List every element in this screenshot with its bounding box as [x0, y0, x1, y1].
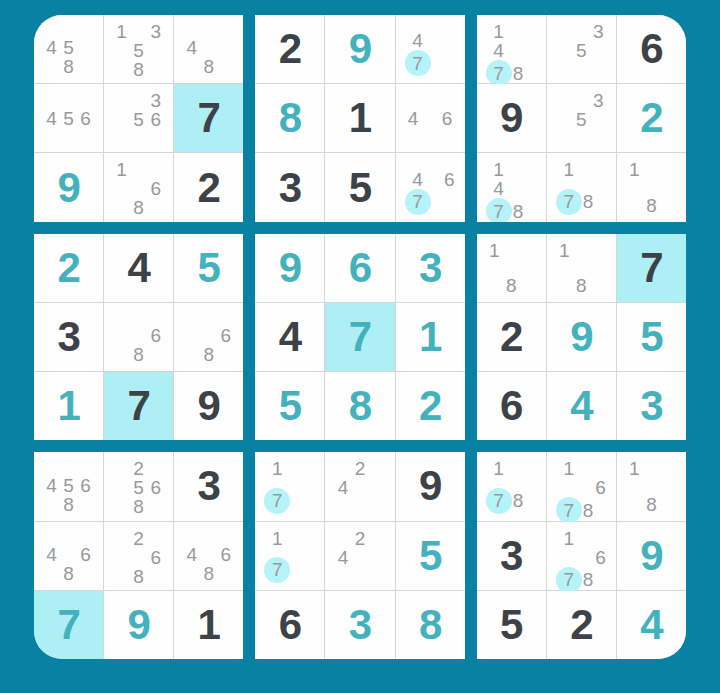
pencil-slot-empty [556, 60, 573, 76]
entered-digit: 9 [57, 167, 79, 209]
pencil-mark-7-highlighted: 7 [405, 50, 431, 76]
given-digit: 2 [500, 316, 522, 358]
pencil-slot-empty [147, 497, 164, 516]
cell-r9c6[interactable]: 8 [396, 591, 465, 659]
pencil-mark-6: 6 [147, 478, 164, 497]
pencil-slot-empty [334, 497, 351, 513]
pencil-mark-1: 1 [486, 22, 512, 41]
pencil-slot-empty [573, 260, 590, 276]
pencil-mark-8: 8 [512, 198, 525, 221]
given-digit: 3 [198, 465, 220, 507]
pencil-slot-empty [147, 60, 164, 79]
entered-digit: 8 [419, 604, 441, 646]
pencil-slot-empty [556, 22, 573, 41]
cell-r2c1[interactable]: 456 [34, 84, 103, 152]
pencil-slot-empty [626, 196, 643, 215]
pencil-marks: 468 [34, 522, 103, 590]
cell-r8c8[interactable]: 1678 [547, 522, 616, 590]
pencil-mark-8: 8 [512, 60, 525, 86]
cell-r4c2[interactable]: 4 [104, 234, 173, 302]
pencil-mark-6: 6 [147, 110, 164, 129]
pencil-slot-empty [439, 128, 456, 146]
entered-digit: 8 [349, 385, 371, 427]
pencil-slot-empty [524, 198, 537, 221]
pencil-mark-7-highlighted: 7 [556, 497, 582, 523]
pencil-slot-empty [486, 260, 503, 276]
entered-digit: 5 [419, 535, 441, 577]
pencil-slot-empty [303, 478, 316, 487]
given-digit: 3 [279, 167, 301, 209]
pencil-slot-empty [43, 564, 60, 583]
pencil-mark-4: 4 [43, 38, 60, 57]
pencil-slot-empty [147, 198, 164, 217]
pencil-slot-empty [512, 459, 525, 478]
pencil-mark-8: 8 [643, 196, 660, 215]
cell-r7c2[interactable]: 2568 [104, 452, 173, 520]
pencil-mark-1: 1 [264, 459, 290, 478]
given-digit: 9 [198, 385, 220, 427]
pencil-mark-5: 5 [60, 38, 77, 57]
pencil-slot-empty [113, 326, 130, 345]
pencil-slot-empty [590, 110, 607, 129]
cell-r4c4[interactable]: 9 [255, 234, 324, 302]
pencil-slot-empty [147, 529, 164, 548]
pencil-slot-empty [626, 495, 643, 514]
pencil-slot-empty [486, 276, 503, 295]
cell-r8c7[interactable]: 3 [477, 522, 546, 590]
cell-r2c5[interactable]: 1 [325, 84, 394, 152]
pencil-slot-empty [130, 179, 147, 198]
cell-r5c9[interactable]: 5 [617, 303, 686, 371]
pencil-slot-empty [60, 128, 77, 146]
cell-r7c3[interactable]: 3 [174, 452, 243, 520]
box-9: 178167818316789524 [477, 452, 686, 659]
cell-r8c9[interactable]: 9 [617, 522, 686, 590]
pencil-slot-empty [113, 567, 130, 586]
cell-r3c2[interactable]: 168 [104, 153, 173, 221]
cell-r3c9[interactable]: 18 [617, 153, 686, 221]
cell-r2c7[interactable]: 9 [477, 84, 546, 152]
pencil-slot-empty [556, 91, 573, 110]
pencil-slot-empty [217, 529, 234, 545]
pencil-mark-8: 8 [60, 495, 77, 514]
cell-r5c7[interactable]: 2 [477, 303, 546, 371]
pencil-mark-4: 4 [405, 170, 431, 189]
pencil-mark-8: 8 [200, 345, 217, 364]
pencil-slot-empty [520, 241, 537, 260]
pencil-mark-5: 5 [573, 41, 590, 60]
cell-r8c3[interactable]: 468 [174, 522, 243, 590]
pencil-slot-empty [303, 557, 316, 583]
cell-r9c3[interactable]: 1 [174, 591, 243, 659]
cell-r2c9[interactable]: 2 [617, 84, 686, 152]
box-6: 18187295643 [477, 234, 686, 441]
pencil-slot-empty [524, 478, 537, 487]
pencil-slot-empty [303, 488, 316, 514]
pencil-mark-1: 1 [264, 529, 290, 548]
pencil-slot-empty [512, 22, 525, 41]
pencil-slot-empty [200, 529, 217, 545]
pencil-slot-empty [594, 160, 607, 179]
pencil-slot-empty [147, 41, 164, 60]
pencil-slot-empty [573, 60, 590, 76]
pencil-slot-empty [520, 276, 537, 295]
pencil-mark-6: 6 [147, 326, 164, 345]
cell-r4c8[interactable]: 18 [547, 234, 616, 302]
box-1: 458135848456356791682 [34, 15, 243, 222]
cell-r5c5[interactable]: 7 [325, 303, 394, 371]
cell-r4c7[interactable]: 18 [477, 234, 546, 302]
pencil-slot-empty [60, 459, 77, 475]
given-digit: 5 [500, 604, 522, 646]
pencil-mark-7-highlighted: 7 [486, 488, 512, 514]
cell-r7c6[interactable]: 9 [396, 452, 465, 520]
pencil-slot-empty [512, 160, 525, 179]
pencil-slot-empty [594, 189, 607, 215]
pencil-marks: 18 [617, 452, 686, 520]
cell-r3c7[interactable]: 1478 [477, 153, 546, 221]
cell-r3c6[interactable]: 467 [396, 153, 465, 221]
cell-r1c1[interactable]: 458 [34, 15, 103, 83]
cell-r3c3[interactable]: 2 [174, 153, 243, 221]
cell-r4c5[interactable]: 6 [325, 234, 394, 302]
pencil-mark-6: 6 [217, 326, 234, 345]
pencil-slot-empty [643, 160, 660, 179]
pencil-slot-empty [626, 478, 643, 494]
pencil-slot-empty [582, 548, 595, 567]
pencil-slot-empty [43, 57, 60, 76]
pencil-slot-empty [113, 478, 130, 497]
cell-r1c9[interactable]: 6 [617, 15, 686, 83]
cell-r6c3[interactable]: 9 [174, 372, 243, 440]
cell-r7c5[interactable]: 24 [325, 452, 394, 520]
cell-r1c4[interactable]: 2 [255, 15, 324, 83]
cell-r9c7[interactable]: 5 [477, 591, 546, 659]
pencil-slot-empty [217, 38, 234, 57]
cell-r8c2[interactable]: 268 [104, 522, 173, 590]
cell-r2c3[interactable]: 7 [174, 84, 243, 152]
cell-r7c7[interactable]: 178 [477, 452, 546, 520]
cell-r8c4[interactable]: 17 [255, 522, 324, 590]
pencil-slot-empty [217, 310, 234, 326]
pencil-mark-1: 1 [556, 160, 582, 179]
pencil-slot-empty [660, 495, 677, 514]
pencil-mark-6: 6 [77, 545, 94, 564]
cell-r6c6[interactable]: 2 [396, 372, 465, 440]
pencil-mark-5: 5 [60, 109, 77, 128]
pencil-mark-3: 3 [147, 22, 164, 41]
pencil-marks: 17 [255, 452, 324, 520]
pencil-slot-empty [147, 310, 164, 326]
cell-r1c3[interactable]: 48 [174, 15, 243, 83]
cell-r8c6[interactable]: 5 [396, 522, 465, 590]
pencil-slot-empty [582, 160, 595, 179]
entered-digit: 9 [640, 535, 662, 577]
pencil-marks: 456 [34, 84, 103, 152]
given-digit: 4 [127, 247, 149, 289]
pencil-slot-empty [582, 478, 595, 497]
pencil-slot-empty [113, 110, 130, 129]
pencil-slot-empty [130, 326, 147, 345]
pencil-slot-empty [43, 529, 60, 545]
pencil-slot-empty [594, 179, 607, 188]
pencil-slot-empty [524, 488, 537, 514]
pencil-mark-2: 2 [351, 459, 368, 478]
entered-digit: 3 [419, 247, 441, 289]
pencil-mark-2: 2 [351, 529, 368, 548]
pencil-mark-7-highlighted: 7 [556, 567, 582, 593]
entered-digit: 1 [57, 385, 79, 427]
pencil-marks: 46 [396, 84, 465, 152]
pencil-slot-empty [130, 310, 147, 326]
cell-r2c2[interactable]: 356 [104, 84, 173, 152]
cell-r3c5[interactable]: 5 [325, 153, 394, 221]
pencil-mark-1: 1 [556, 529, 582, 548]
pencil-slot-empty [200, 22, 217, 38]
pencil-slot-empty [443, 50, 456, 76]
pencil-mark-8: 8 [582, 497, 595, 523]
cell-r4c6[interactable]: 3 [396, 234, 465, 302]
pencil-marks: 4568 [34, 452, 103, 520]
cell-r4c3[interactable]: 5 [174, 234, 243, 302]
pencil-slot-empty [264, 548, 290, 557]
pencil-slot-empty [77, 91, 94, 109]
pencil-slot-empty [200, 326, 217, 345]
cell-r6c2[interactable]: 7 [104, 372, 173, 440]
pencil-slot-empty [147, 345, 164, 364]
pencil-mark-6: 6 [77, 476, 94, 495]
entered-digit: 7 [57, 604, 79, 646]
given-digit: 6 [279, 604, 301, 646]
pencil-mark-4: 4 [405, 31, 431, 50]
cell-r9c1[interactable]: 7 [34, 591, 103, 659]
pencil-slot-empty [130, 22, 147, 41]
pencil-slot-empty [439, 91, 456, 109]
pencil-mark-8: 8 [60, 564, 77, 583]
pencil-mark-6: 6 [443, 170, 456, 189]
entered-digit: 7 [349, 316, 371, 358]
pencil-mark-6: 6 [594, 478, 607, 497]
pencil-slot-empty [369, 459, 386, 478]
entered-digit: 2 [419, 385, 441, 427]
cell-r9c5[interactable]: 3 [325, 591, 394, 659]
cell-r5c2[interactable]: 68 [104, 303, 173, 371]
pencil-slot-empty [290, 459, 303, 478]
pencil-marks: 1478 [477, 153, 546, 221]
given-digit: 6 [500, 385, 522, 427]
cell-r2c4[interactable]: 8 [255, 84, 324, 152]
pencil-slot-empty [77, 529, 94, 545]
pencil-slot-empty [369, 529, 386, 548]
entered-digit: 3 [640, 385, 662, 427]
given-digit: 5 [349, 167, 371, 209]
pencil-marks: 1358 [104, 15, 173, 83]
pencil-slot-empty [43, 459, 60, 475]
cell-r4c1[interactable]: 2 [34, 234, 103, 302]
cell-r6c1[interactable]: 1 [34, 372, 103, 440]
pencil-marks: 68 [104, 303, 173, 371]
entered-digit: 8 [279, 97, 301, 139]
pencil-slot-empty [556, 478, 582, 497]
given-digit: 3 [500, 535, 522, 577]
pencil-mark-1: 1 [113, 22, 130, 41]
cell-r7c9[interactable]: 18 [617, 452, 686, 520]
pencil-slot-empty [290, 548, 303, 557]
cell-r3c4[interactable]: 3 [255, 153, 324, 221]
pencil-marks: 178 [547, 153, 616, 221]
cell-r5c1[interactable]: 3 [34, 303, 103, 371]
entered-digit: 5 [279, 385, 301, 427]
pencil-mark-7-highlighted: 7 [556, 189, 582, 215]
cell-r2c6[interactable]: 46 [396, 84, 465, 152]
pencil-mark-4: 4 [43, 109, 60, 128]
pencil-slot-empty [556, 260, 573, 276]
pencil-slot-empty [351, 497, 368, 513]
pencil-slot-empty [113, 548, 130, 567]
entered-digit: 9 [127, 604, 149, 646]
pencil-slot-empty [113, 459, 130, 478]
pencil-slot-empty [590, 276, 607, 295]
pencil-mark-6: 6 [594, 548, 607, 567]
pencil-mark-1: 1 [113, 160, 130, 179]
pencil-slot-empty [573, 129, 590, 145]
cell-r6c4[interactable]: 5 [255, 372, 324, 440]
box-2: 2947814635467 [255, 15, 464, 222]
pencil-slot-empty [524, 160, 537, 179]
pencil-mark-7-highlighted: 7 [486, 60, 512, 86]
pencil-slot-empty [520, 260, 537, 276]
pencil-mark-4: 4 [334, 478, 351, 497]
pencil-slot-empty [594, 529, 607, 548]
pencil-slot-empty [556, 110, 573, 129]
cell-r9c2[interactable]: 9 [104, 591, 173, 659]
pencil-mark-6: 6 [77, 109, 94, 128]
pencil-slot-empty [351, 478, 368, 497]
pencil-mark-4: 4 [405, 109, 422, 128]
pencil-slot-empty [290, 557, 303, 583]
given-digit: 2 [279, 28, 301, 70]
pencil-slot-empty [113, 198, 130, 217]
pencil-slot-empty [113, 60, 130, 79]
cell-r8c5[interactable]: 24 [325, 522, 394, 590]
given-digit: 9 [419, 465, 441, 507]
pencil-marks: 178 [477, 452, 546, 520]
cell-r1c5[interactable]: 9 [325, 15, 394, 83]
pencil-slot-empty [594, 567, 607, 593]
pencil-marks: 18 [617, 153, 686, 221]
sudoku-board: 4581358484563567916822947814635467147835… [34, 15, 686, 659]
entered-digit: 5 [198, 247, 220, 289]
cell-r9c9[interactable]: 4 [617, 591, 686, 659]
pencil-mark-4: 4 [334, 548, 351, 567]
box-3: 14783569352147817818 [477, 15, 686, 222]
cell-r3c1[interactable]: 9 [34, 153, 103, 221]
pencil-slot-empty [590, 60, 607, 76]
pencil-mark-4: 4 [183, 545, 200, 564]
pencil-mark-6: 6 [439, 109, 456, 128]
cell-r9c4[interactable]: 6 [255, 591, 324, 659]
pencil-slot-empty [369, 548, 386, 567]
cell-r6c9[interactable]: 3 [617, 372, 686, 440]
pencil-slot-empty [113, 345, 130, 364]
pencil-slot-empty [217, 57, 234, 76]
pencil-slot-empty [422, 109, 439, 128]
pencil-marks: 2568 [104, 452, 173, 520]
cell-r6c8[interactable]: 4 [547, 372, 616, 440]
cell-r5c8[interactable]: 9 [547, 303, 616, 371]
pencil-slot-empty [431, 22, 444, 31]
cell-r7c1[interactable]: 4568 [34, 452, 103, 520]
cell-r9c8[interactable]: 2 [547, 591, 616, 659]
pencil-slot-empty [660, 459, 677, 478]
pencil-slot-empty [113, 91, 130, 110]
given-digit: 2 [198, 167, 220, 209]
entered-digit: 2 [640, 97, 662, 139]
pencil-mark-6: 6 [147, 179, 164, 198]
cell-r2c8[interactable]: 35 [547, 84, 616, 152]
pencil-slot-empty [183, 529, 200, 545]
cell-r6c7[interactable]: 6 [477, 372, 546, 440]
pencil-mark-1: 1 [626, 160, 643, 179]
pencil-slot-empty [643, 478, 660, 494]
cell-r7c8[interactable]: 1678 [547, 452, 616, 520]
pencil-slot-empty [147, 160, 164, 179]
cell-r5c3[interactable]: 68 [174, 303, 243, 371]
pencil-slot-empty [422, 128, 439, 146]
cell-r1c8[interactable]: 35 [547, 15, 616, 83]
pencil-slot-empty [130, 91, 147, 110]
pencil-mark-1: 1 [486, 459, 512, 478]
pencil-marks: 47 [396, 15, 465, 83]
pencil-mark-6: 6 [217, 545, 234, 564]
entered-digit: 5 [640, 316, 662, 358]
pencil-slot-empty [369, 567, 386, 583]
pencil-marks: 35 [547, 84, 616, 152]
pencil-slot-empty [77, 57, 94, 76]
pencil-slot-empty [217, 564, 234, 583]
pencil-slot-empty [77, 459, 94, 475]
pencil-slot-empty [130, 548, 147, 567]
pencil-slot-empty [217, 345, 234, 364]
cell-r6c5[interactable]: 8 [325, 372, 394, 440]
pencil-slot-empty [60, 22, 77, 38]
pencil-slot-empty [351, 548, 368, 567]
pencil-mark-8: 8 [130, 60, 147, 79]
cell-r8c1[interactable]: 468 [34, 522, 103, 590]
pencil-mark-8: 8 [200, 564, 217, 583]
pencil-slot-empty [183, 22, 200, 38]
cell-r7c4[interactable]: 17 [255, 452, 324, 520]
pencil-slot-empty [130, 160, 147, 179]
pencil-slot-empty [77, 564, 94, 583]
pencil-slot-empty [113, 529, 130, 548]
cell-r1c2[interactable]: 1358 [104, 15, 173, 83]
box-7: 456825683468268468791 [34, 452, 243, 659]
pencil-marks: 1678 [547, 452, 616, 520]
cell-r5c6[interactable]: 1 [396, 303, 465, 371]
cell-r1c6[interactable]: 47 [396, 15, 465, 83]
pencil-slot-empty [443, 31, 456, 50]
cell-r1c7[interactable]: 1478 [477, 15, 546, 83]
cell-r4c9[interactable]: 7 [617, 234, 686, 302]
cell-r5c4[interactable]: 4 [255, 303, 324, 371]
pencil-marks: 168 [104, 153, 173, 221]
pencil-mark-4: 4 [486, 41, 512, 60]
pencil-slot-empty [264, 478, 290, 487]
pencil-slot-empty [443, 22, 456, 31]
pencil-marks: 356 [104, 84, 173, 152]
cell-r3c8[interactable]: 178 [547, 153, 616, 221]
